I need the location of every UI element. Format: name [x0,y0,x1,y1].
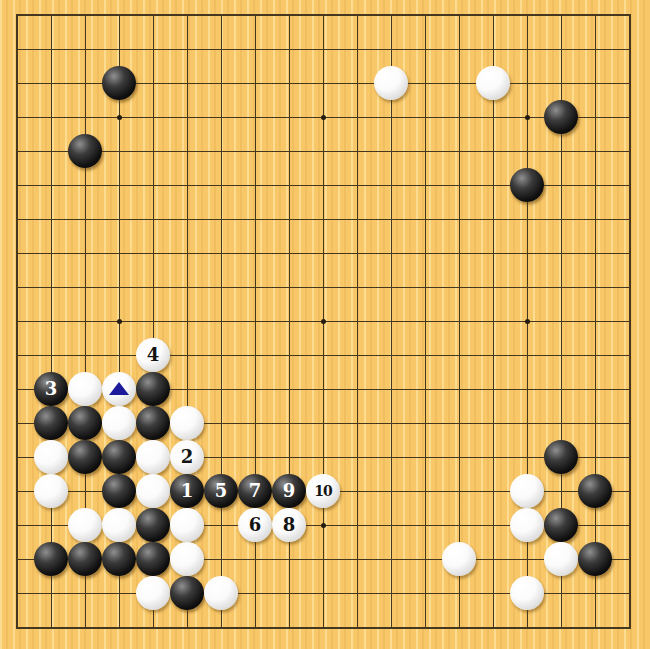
stone-black [578,542,612,576]
stone-white [442,542,476,576]
stone-black-move-7: 7 [238,474,272,508]
stone-black [544,100,578,134]
star-point [525,319,530,324]
stone-black [510,168,544,202]
stone-black [578,474,612,508]
stone-black [102,66,136,100]
stone-black [544,440,578,474]
stone-white-move-4: 4 [136,338,170,372]
stone-black [68,134,102,168]
stone-black [102,542,136,576]
stone-black [68,542,102,576]
stone-white-move-10: 10 [306,474,340,508]
stone-white [170,508,204,542]
stone-white [102,508,136,542]
stone-move-number: 6 [249,508,262,542]
star-point [321,319,326,324]
stone-white [136,474,170,508]
star-point [117,319,122,324]
stone-black [136,372,170,406]
stone-black-move-1: 1 [170,474,204,508]
stone-move-number: 3 [45,372,58,406]
stone-white-move-6: 6 [238,508,272,542]
stone-white [510,474,544,508]
stone-white [476,66,510,100]
stone-white [510,576,544,610]
stone-white-move-8: 8 [272,508,306,542]
stone-black-move-5: 5 [204,474,238,508]
stone-white [170,542,204,576]
stone-white [68,372,102,406]
stone-black [102,474,136,508]
stone-white [102,406,136,440]
stone-white [204,576,238,610]
stone-move-number: 7 [249,474,262,508]
stone-white [68,508,102,542]
stone-black [102,440,136,474]
stone-black [136,542,170,576]
stone-black-move-3: 3 [34,372,68,406]
stone-black [68,440,102,474]
stone-white [34,440,68,474]
stone-white [136,576,170,610]
stone-move-number: 8 [283,508,296,542]
stone-move-number: 10 [314,474,331,508]
stone-black [34,542,68,576]
stone-black [136,406,170,440]
stone-white [544,542,578,576]
stone-move-number: 1 [181,474,194,508]
star-point [525,115,530,120]
stone-white [510,508,544,542]
go-board[interactable]: 43215791068 [0,0,650,649]
stone-white [34,474,68,508]
stone-white [170,406,204,440]
stone-white-move-2: 2 [170,440,204,474]
triangle-marker-icon [109,382,129,395]
star-point [117,115,122,120]
stone-move-number: 4 [147,338,160,372]
stone-move-number: 2 [181,440,194,474]
stone-white [102,372,136,406]
stone-black [170,576,204,610]
stone-black-move-9: 9 [272,474,306,508]
stone-black [68,406,102,440]
stone-black [544,508,578,542]
star-point [321,115,326,120]
stone-white [136,440,170,474]
stone-black [136,508,170,542]
stone-move-number: 5 [215,474,228,508]
star-point [321,523,326,528]
stone-white [374,66,408,100]
stone-move-number: 9 [283,474,296,508]
stone-black [34,406,68,440]
